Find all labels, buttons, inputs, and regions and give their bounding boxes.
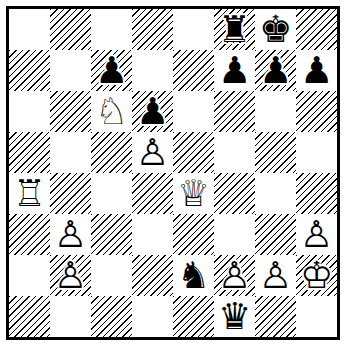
- black-pawn-c7[interactable]: ♟: [91, 50, 132, 91]
- square-h5[interactable]: [296, 132, 337, 173]
- square-c3[interactable]: [91, 214, 132, 255]
- square-b5[interactable]: [50, 132, 91, 173]
- square-d6[interactable]: ♟: [132, 91, 173, 132]
- white-knight-icon: ♘: [95, 91, 128, 132]
- square-b2[interactable]: ♟♙: [50, 255, 91, 296]
- square-c2[interactable]: [91, 255, 132, 296]
- black-pawn-f7[interactable]: ♟: [214, 50, 255, 91]
- white-pawn-g2[interactable]: ♟♙: [255, 255, 296, 296]
- square-e3[interactable]: [173, 214, 214, 255]
- square-a8[interactable]: [9, 9, 50, 50]
- square-e1[interactable]: [173, 296, 214, 337]
- white-pawn-icon: ♙: [218, 255, 251, 296]
- square-g8[interactable]: ♚: [255, 9, 296, 50]
- square-d3[interactable]: [132, 214, 173, 255]
- black-rook-f8[interactable]: ♜: [214, 9, 255, 50]
- square-f4[interactable]: [214, 173, 255, 214]
- square-c7[interactable]: ♟: [91, 50, 132, 91]
- white-pawn-icon: ♙: [259, 255, 292, 296]
- square-g6[interactable]: [255, 91, 296, 132]
- black-queen-f1[interactable]: ♛: [214, 296, 255, 337]
- square-b1[interactable]: [50, 296, 91, 337]
- square-b3[interactable]: ♟♙: [50, 214, 91, 255]
- square-d1[interactable]: [132, 296, 173, 337]
- board-frame: ♜♚♟♟♟♟♞♘♟♟♙♜♖♛♕♟♙♟♙♟♙♞♟♙♟♙♚♔♛: [6, 6, 340, 340]
- square-b8[interactable]: [50, 9, 91, 50]
- square-g2[interactable]: ♟♙: [255, 255, 296, 296]
- square-d8[interactable]: [132, 9, 173, 50]
- square-g1[interactable]: [255, 296, 296, 337]
- white-rook-icon: ♖: [13, 173, 46, 214]
- chess-diagram: ♜♚♟♟♟♟♞♘♟♟♙♜♖♛♕♟♙♟♙♟♙♞♟♙♟♙♚♔♛: [0, 0, 350, 350]
- black-pawn-icon: ♟: [218, 50, 251, 91]
- black-knight-e2[interactable]: ♞: [173, 255, 214, 296]
- white-rook-a4[interactable]: ♜♖: [9, 173, 50, 214]
- white-king-icon: ♔: [300, 255, 333, 296]
- square-a6[interactable]: [9, 91, 50, 132]
- black-knight-icon: ♞: [177, 255, 210, 296]
- square-f5[interactable]: [214, 132, 255, 173]
- square-b6[interactable]: [50, 91, 91, 132]
- square-g5[interactable]: [255, 132, 296, 173]
- square-f8[interactable]: ♜: [214, 9, 255, 50]
- white-pawn-b3[interactable]: ♟♙: [50, 214, 91, 255]
- square-d2[interactable]: [132, 255, 173, 296]
- square-a4[interactable]: ♜♖: [9, 173, 50, 214]
- square-e4[interactable]: ♛♕: [173, 173, 214, 214]
- square-e6[interactable]: [173, 91, 214, 132]
- white-pawn-icon: ♙: [300, 214, 333, 255]
- square-h1[interactable]: [296, 296, 337, 337]
- black-king-g8[interactable]: ♚: [255, 9, 296, 50]
- square-e5[interactable]: [173, 132, 214, 173]
- white-pawn-f2[interactable]: ♟♙: [214, 255, 255, 296]
- white-knight-c6[interactable]: ♞♘: [91, 91, 132, 132]
- square-g3[interactable]: [255, 214, 296, 255]
- square-c4[interactable]: [91, 173, 132, 214]
- square-g4[interactable]: [255, 173, 296, 214]
- white-pawn-icon: ♙: [54, 255, 87, 296]
- black-pawn-icon: ♟: [136, 91, 169, 132]
- square-e7[interactable]: [173, 50, 214, 91]
- square-f2[interactable]: ♟♙: [214, 255, 255, 296]
- square-a5[interactable]: [9, 132, 50, 173]
- black-pawn-icon: ♟: [300, 50, 333, 91]
- square-d7[interactable]: [132, 50, 173, 91]
- white-king-h2[interactable]: ♚♔: [296, 255, 337, 296]
- white-queen-e4[interactable]: ♛♕: [173, 173, 214, 214]
- square-b4[interactable]: [50, 173, 91, 214]
- square-a2[interactable]: [9, 255, 50, 296]
- white-pawn-icon: ♙: [136, 132, 169, 173]
- square-f1[interactable]: ♛: [214, 296, 255, 337]
- white-pawn-icon: ♙: [54, 214, 87, 255]
- square-d5[interactable]: ♟♙: [132, 132, 173, 173]
- black-king-icon: ♚: [259, 9, 292, 50]
- square-h3[interactable]: ♟♙: [296, 214, 337, 255]
- square-a7[interactable]: [9, 50, 50, 91]
- black-pawn-icon: ♟: [259, 50, 292, 91]
- square-c1[interactable]: [91, 296, 132, 337]
- square-b7[interactable]: [50, 50, 91, 91]
- square-f7[interactable]: ♟: [214, 50, 255, 91]
- square-g7[interactable]: ♟: [255, 50, 296, 91]
- square-f6[interactable]: [214, 91, 255, 132]
- white-pawn-d5[interactable]: ♟♙: [132, 132, 173, 173]
- black-pawn-g7[interactable]: ♟: [255, 50, 296, 91]
- black-queen-icon: ♛: [218, 296, 251, 337]
- square-f3[interactable]: [214, 214, 255, 255]
- square-e8[interactable]: [173, 9, 214, 50]
- square-d4[interactable]: [132, 173, 173, 214]
- white-queen-icon: ♕: [177, 173, 210, 214]
- square-a1[interactable]: [9, 296, 50, 337]
- square-c6[interactable]: ♞♘: [91, 91, 132, 132]
- square-h6[interactable]: [296, 91, 337, 132]
- black-rook-icon: ♜: [218, 9, 251, 50]
- square-e2[interactable]: ♞: [173, 255, 214, 296]
- white-pawn-h3[interactable]: ♟♙: [296, 214, 337, 255]
- square-c5[interactable]: [91, 132, 132, 173]
- square-a3[interactable]: [9, 214, 50, 255]
- black-pawn-h7[interactable]: ♟: [296, 50, 337, 91]
- chess-board: ♜♚♟♟♟♟♞♘♟♟♙♜♖♛♕♟♙♟♙♟♙♞♟♙♟♙♚♔♛: [9, 9, 337, 337]
- square-h4[interactable]: [296, 173, 337, 214]
- square-h7[interactable]: ♟: [296, 50, 337, 91]
- black-pawn-d6[interactable]: ♟: [132, 91, 173, 132]
- white-pawn-b2[interactable]: ♟♙: [50, 255, 91, 296]
- square-h2[interactable]: ♚♔: [296, 255, 337, 296]
- black-pawn-icon: ♟: [95, 50, 128, 91]
- square-h8[interactable]: [296, 9, 337, 50]
- square-c8[interactable]: [91, 9, 132, 50]
